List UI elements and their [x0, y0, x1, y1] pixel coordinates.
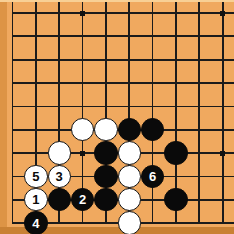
move-number-label: 2	[79, 193, 86, 206]
stone-black-move-6: 6	[141, 165, 164, 188]
stone-black	[48, 188, 71, 211]
go-board: 536124	[0, 0, 234, 234]
stone-black	[94, 188, 117, 211]
move-number-label: 5	[32, 169, 39, 182]
stone-black	[164, 188, 187, 211]
stone-white	[118, 165, 141, 188]
stone-black-move-2: 2	[71, 188, 94, 211]
stone-white-move-3: 3	[48, 165, 71, 188]
board-left-edge-shade	[0, 0, 7, 234]
grid-line-horizontal	[12, 82, 234, 84]
grid-line-horizontal	[12, 35, 234, 37]
stone-black	[94, 141, 117, 164]
stone-black	[141, 118, 164, 141]
grid-line-horizontal	[12, 106, 234, 108]
move-number-label: 6	[149, 169, 156, 182]
stone-white	[118, 188, 141, 211]
stone-white	[71, 118, 94, 141]
stone-white-move-1: 1	[24, 188, 47, 211]
stone-black	[94, 165, 117, 188]
stone-white	[118, 211, 141, 234]
move-number-label: 1	[32, 193, 39, 206]
stone-white	[48, 141, 71, 164]
stone-black	[164, 141, 187, 164]
move-number-label: 3	[56, 169, 63, 182]
star-point	[80, 151, 85, 156]
stone-white-move-5: 5	[24, 165, 47, 188]
stone-white	[118, 141, 141, 164]
star-point	[80, 11, 85, 16]
stone-black	[118, 118, 141, 141]
star-point	[220, 151, 225, 156]
stone-black-move-4: 4	[24, 211, 47, 234]
go-diagram: 536124	[0, 0, 234, 234]
grid-line-horizontal	[12, 12, 234, 14]
grid-line-horizontal	[12, 59, 234, 61]
stone-white	[94, 118, 117, 141]
star-point	[220, 11, 225, 16]
move-number-label: 4	[32, 216, 39, 229]
